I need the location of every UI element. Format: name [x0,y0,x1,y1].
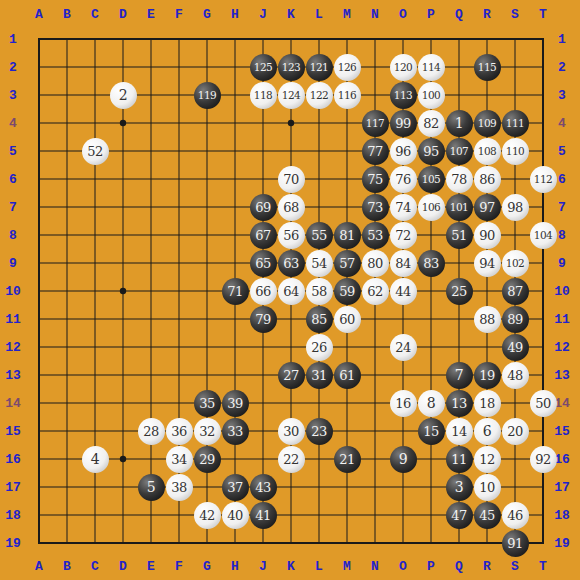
stone-black-g3: 119 [194,82,221,109]
col-label-bottom-r: R [483,560,491,573]
stone-white-o5: 96 [390,138,417,165]
move-number: 33 [227,425,243,438]
stone-black-n8: 53 [362,222,389,249]
stone-black-h10: 71 [222,278,249,305]
stone-black-l13: 31 [306,362,333,389]
move-number: 88 [479,313,495,326]
move-number: 2 [119,88,127,102]
stone-black-m8: 81 [334,222,361,249]
row-label-right-2: 2 [558,61,566,74]
move-number: 100 [422,90,441,101]
stone-black-r13: 19 [474,362,501,389]
move-number: 82 [423,117,439,130]
move-number: 112 [534,174,553,185]
stone-white-c16: 4 [82,446,109,473]
move-number: 64 [283,285,299,298]
col-label-bottom-q: Q [455,560,463,573]
col-label-bottom-h: H [231,560,239,573]
move-number: 55 [311,229,327,242]
col-label-bottom-f: F [175,560,183,573]
move-number: 4 [91,452,99,466]
stone-black-q14: 13 [446,390,473,417]
move-number: 42 [199,509,215,522]
stone-black-q18: 47 [446,502,473,529]
col-label-top-s: S [511,8,519,21]
move-number: 124 [282,90,301,101]
move-number: 9 [399,452,407,466]
move-number: 47 [451,509,467,522]
col-label-top-c: C [91,8,99,21]
stone-black-s19: 91 [502,530,529,557]
move-number: 27 [283,369,299,382]
move-number: 95 [423,145,439,158]
move-number: 54 [311,257,327,270]
move-number: 3 [455,480,463,494]
stone-white-k16: 22 [278,446,305,473]
row-label-right-8: 8 [558,229,566,242]
row-label-left-10: 10 [5,285,21,298]
move-number: 120 [394,62,413,73]
move-number: 7 [455,368,463,382]
stone-white-h18: 40 [222,502,249,529]
move-number: 35 [199,397,215,410]
move-number: 59 [339,285,355,298]
col-label-top-n: N [371,8,379,21]
move-number: 70 [283,173,299,186]
stone-white-m11: 60 [334,306,361,333]
stone-white-e15: 28 [138,418,165,445]
stone-black-n5: 77 [362,138,389,165]
stone-white-m2: 126 [334,54,361,81]
stone-black-j8: 67 [250,222,277,249]
stone-white-p4: 82 [418,110,445,137]
stone-white-p14: 8 [418,390,445,417]
move-number: 125 [254,62,273,73]
stone-white-r14: 18 [474,390,501,417]
row-label-right-1: 1 [558,33,566,46]
col-label-bottom-s: S [511,560,519,573]
stone-white-f16: 34 [166,446,193,473]
stone-white-q15: 14 [446,418,473,445]
col-label-top-m: M [343,8,351,21]
stone-black-h17: 37 [222,474,249,501]
col-label-top-r: R [483,8,491,21]
stone-black-j11: 79 [250,306,277,333]
stone-white-r15: 6 [474,418,501,445]
col-label-bottom-t: T [539,560,547,573]
stone-white-n9: 80 [362,250,389,277]
move-number: 28 [143,425,159,438]
move-number: 74 [395,201,411,214]
row-label-left-19: 19 [5,537,21,550]
stone-black-j17: 43 [250,474,277,501]
stone-black-o4: 99 [390,110,417,137]
move-number: 107 [450,146,469,157]
move-number: 106 [422,202,441,213]
stone-black-q17: 3 [446,474,473,501]
col-label-bottom-c: C [91,560,99,573]
row-label-left-13: 13 [5,369,21,382]
move-number: 30 [283,425,299,438]
stone-white-p7: 106 [418,194,445,221]
stone-white-l3: 122 [306,82,333,109]
move-number: 123 [282,62,301,73]
move-number: 51 [451,229,467,242]
move-number: 87 [507,285,523,298]
move-number: 80 [367,257,383,270]
stone-black-m9: 57 [334,250,361,277]
move-number: 90 [479,229,495,242]
stone-black-j18: 41 [250,502,277,529]
move-number: 53 [367,229,383,242]
row-label-right-4: 4 [558,117,566,130]
move-number: 68 [283,201,299,214]
move-number: 13 [451,397,467,410]
stone-black-m13: 61 [334,362,361,389]
stone-black-r7: 97 [474,194,501,221]
stone-black-o16: 9 [390,446,417,473]
move-number: 126 [338,62,357,73]
move-number: 32 [199,425,215,438]
stone-white-o9: 84 [390,250,417,277]
col-label-bottom-e: E [147,560,155,573]
move-number: 94 [479,257,495,270]
col-label-bottom-n: N [371,560,379,573]
move-number: 78 [451,173,467,186]
move-number: 117 [366,118,385,129]
stone-black-n4: 117 [362,110,389,137]
stone-black-n6: 75 [362,166,389,193]
stone-white-s9: 102 [502,250,529,277]
move-number: 43 [255,481,271,494]
stone-white-p2: 114 [418,54,445,81]
move-number: 81 [339,229,355,242]
move-number: 66 [255,285,271,298]
stone-white-p3: 100 [418,82,445,109]
move-number: 11 [451,453,467,466]
move-number: 79 [255,313,271,326]
move-number: 8 [427,396,435,410]
stone-black-m10: 59 [334,278,361,305]
stone-white-t14: 50 [530,390,557,417]
move-number: 113 [394,90,413,101]
stone-black-p15: 15 [418,418,445,445]
move-number: 36 [171,425,187,438]
row-label-left-15: 15 [5,425,21,438]
stone-black-p9: 83 [418,250,445,277]
move-number: 116 [338,90,357,101]
stone-white-s5: 110 [502,138,529,165]
move-number: 76 [395,173,411,186]
move-number: 65 [255,257,271,270]
move-number: 46 [507,509,523,522]
stone-white-s15: 20 [502,418,529,445]
stone-white-g18: 42 [194,502,221,529]
stone-black-r4: 109 [474,110,501,137]
move-number: 26 [311,341,327,354]
move-number: 104 [534,230,553,241]
row-label-left-5: 5 [9,145,17,158]
col-label-bottom-m: M [343,560,351,573]
col-label-top-b: B [63,8,71,21]
move-number: 91 [507,537,523,550]
stone-white-o7: 74 [390,194,417,221]
move-number: 75 [367,173,383,186]
stone-black-k9: 63 [278,250,305,277]
move-number: 77 [367,145,383,158]
stone-white-m3: 116 [334,82,361,109]
stone-white-r9: 94 [474,250,501,277]
stone-black-q7: 101 [446,194,473,221]
stone-black-l2: 121 [306,54,333,81]
move-number: 50 [535,397,551,410]
move-number: 118 [254,90,273,101]
move-number: 71 [227,285,243,298]
move-number: 20 [507,425,523,438]
row-label-right-9: 9 [558,257,566,270]
go-board-diagram: AABBCCDDEEFFGGHHJJKKLLMMNNOOPPQQRRSSTT11… [0,0,580,580]
row-label-left-9: 9 [9,257,17,270]
col-label-bottom-k: K [287,560,295,573]
row-label-left-8: 8 [9,229,17,242]
stone-black-g16: 29 [194,446,221,473]
col-label-top-d: D [119,8,127,21]
row-label-left-11: 11 [5,313,21,326]
stone-black-p6: 105 [418,166,445,193]
row-label-left-7: 7 [9,201,17,214]
move-number: 69 [255,201,271,214]
move-number: 41 [255,509,271,522]
stone-white-t6: 112 [530,166,557,193]
stone-white-t8: 104 [530,222,557,249]
stone-white-o2: 120 [390,54,417,81]
move-number: 19 [479,369,495,382]
row-label-left-6: 6 [9,173,17,186]
move-number: 111 [506,118,525,129]
move-number: 12 [479,453,495,466]
move-number: 108 [478,146,497,157]
stone-white-j10: 66 [250,278,277,305]
col-label-bottom-l: L [315,560,323,573]
col-label-top-k: K [287,8,295,21]
stone-black-s10: 87 [502,278,529,305]
stone-white-c5: 52 [82,138,109,165]
move-number: 85 [311,313,327,326]
move-number: 105 [422,174,441,185]
move-number: 115 [478,62,497,73]
stone-white-l12: 26 [306,334,333,361]
row-label-left-3: 3 [9,89,17,102]
move-number: 109 [478,118,497,129]
move-number: 83 [423,257,439,270]
move-number: 114 [422,62,441,73]
col-label-bottom-p: P [427,560,435,573]
col-label-top-j: J [259,8,267,21]
move-number: 58 [311,285,327,298]
move-number: 57 [339,257,355,270]
stone-white-f17: 38 [166,474,193,501]
stone-white-k6: 70 [278,166,305,193]
move-number: 73 [367,201,383,214]
stone-black-q4: 1 [446,110,473,137]
stone-black-l8: 55 [306,222,333,249]
stone-white-t16: 92 [530,446,557,473]
move-number: 15 [423,425,439,438]
stone-white-k8: 56 [278,222,305,249]
col-label-top-o: O [399,8,407,21]
stone-white-d3: 2 [110,82,137,109]
row-label-right-5: 5 [558,145,566,158]
stone-white-r16: 12 [474,446,501,473]
stone-white-g15: 32 [194,418,221,445]
stones-layer: 1234567891011121314151618192021222324252… [25,25,557,557]
move-number: 16 [395,397,411,410]
stone-white-r8: 90 [474,222,501,249]
move-number: 37 [227,481,243,494]
stone-black-j2: 125 [250,54,277,81]
col-label-top-t: T [539,8,547,21]
stone-white-s7: 98 [502,194,529,221]
move-number: 18 [479,397,495,410]
move-number: 67 [255,229,271,242]
stone-black-e17: 5 [138,474,165,501]
col-label-top-g: G [203,8,211,21]
stone-white-o6: 76 [390,166,417,193]
stone-black-q13: 7 [446,362,473,389]
stone-white-n10: 62 [362,278,389,305]
col-label-bottom-a: A [35,560,43,573]
move-number: 72 [395,229,411,242]
move-number: 44 [395,285,411,298]
move-number: 21 [339,453,355,466]
col-label-top-l: L [315,8,323,21]
move-number: 110 [506,146,525,157]
stone-black-l15: 23 [306,418,333,445]
move-number: 31 [311,369,327,382]
move-number: 22 [283,453,299,466]
row-label-left-1: 1 [9,33,17,46]
stone-black-s4: 111 [502,110,529,137]
row-label-right-6: 6 [558,173,566,186]
move-number: 62 [367,285,383,298]
stone-black-s11: 89 [502,306,529,333]
stone-white-q6: 78 [446,166,473,193]
stone-white-k15: 30 [278,418,305,445]
stone-black-q10: 25 [446,278,473,305]
stone-black-l11: 85 [306,306,333,333]
stone-white-j3: 118 [250,82,277,109]
stone-black-h14: 39 [222,390,249,417]
stone-white-k10: 64 [278,278,305,305]
col-label-top-p: P [427,8,435,21]
stone-black-p5: 95 [418,138,445,165]
stone-black-j7: 69 [250,194,277,221]
stone-black-s12: 49 [502,334,529,361]
move-number: 14 [451,425,467,438]
move-number: 122 [310,90,329,101]
stone-white-k3: 124 [278,82,305,109]
col-label-top-e: E [147,8,155,21]
move-number: 39 [227,397,243,410]
move-number: 48 [507,369,523,382]
move-number: 97 [479,201,495,214]
col-label-top-q: Q [455,8,463,21]
stone-black-q8: 51 [446,222,473,249]
move-number: 60 [339,313,355,326]
stone-white-s13: 48 [502,362,529,389]
move-number: 89 [507,313,523,326]
stone-white-s18: 46 [502,502,529,529]
stone-white-l10: 58 [306,278,333,305]
col-label-top-a: A [35,8,43,21]
stone-black-m16: 21 [334,446,361,473]
move-number: 29 [199,453,215,466]
stone-white-r6: 86 [474,166,501,193]
stone-white-o12: 24 [390,334,417,361]
move-number: 119 [198,90,217,101]
stone-white-r11: 88 [474,306,501,333]
row-label-left-2: 2 [9,61,17,74]
row-label-right-7: 7 [558,201,566,214]
col-label-bottom-g: G [203,560,211,573]
stone-white-o8: 72 [390,222,417,249]
stone-white-l9: 54 [306,250,333,277]
row-label-left-18: 18 [5,509,21,522]
stone-black-o3: 113 [390,82,417,109]
move-number: 52 [87,145,103,158]
move-number: 10 [479,481,495,494]
stone-white-o10: 44 [390,278,417,305]
stone-black-q16: 11 [446,446,473,473]
col-label-top-f: F [175,8,183,21]
move-number: 34 [171,453,187,466]
move-number: 24 [395,341,411,354]
stone-black-j9: 65 [250,250,277,277]
move-number: 1 [455,116,463,130]
move-number: 61 [339,369,355,382]
move-number: 45 [479,509,495,522]
move-number: 121 [310,62,329,73]
move-number: 99 [395,117,411,130]
move-number: 102 [506,258,525,269]
stone-white-k7: 68 [278,194,305,221]
move-number: 6 [483,424,491,438]
move-number: 56 [283,229,299,242]
col-label-bottom-b: B [63,560,71,573]
stone-white-f15: 36 [166,418,193,445]
stone-black-r18: 45 [474,502,501,529]
col-label-bottom-j: J [259,560,267,573]
move-number: 84 [395,257,411,270]
row-label-left-14: 14 [5,397,21,410]
move-number: 63 [283,257,299,270]
move-number: 5 [147,480,155,494]
stone-black-k13: 27 [278,362,305,389]
stone-black-r2: 115 [474,54,501,81]
row-label-left-12: 12 [5,341,21,354]
move-number: 101 [450,202,469,213]
stone-black-q5: 107 [446,138,473,165]
stone-white-o14: 16 [390,390,417,417]
move-number: 23 [311,425,327,438]
row-label-left-4: 4 [9,117,17,130]
move-number: 38 [171,481,187,494]
row-label-left-16: 16 [5,453,21,466]
move-number: 92 [535,453,551,466]
move-number: 40 [227,509,243,522]
stone-white-r5: 108 [474,138,501,165]
stone-black-n7: 73 [362,194,389,221]
